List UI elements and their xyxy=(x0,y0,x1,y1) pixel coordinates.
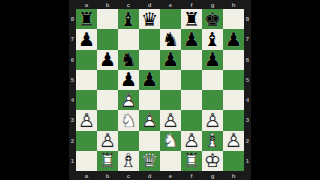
piece-white-pawn[interactable]: ♟♙ xyxy=(202,110,223,130)
piece-black-rook[interactable]: ♜ xyxy=(76,9,97,29)
piece-white-knight[interactable]: ♞♘ xyxy=(160,131,181,151)
rank-label: 5 xyxy=(69,70,76,90)
rank-label: 8 xyxy=(69,9,76,29)
rank-label: 3 xyxy=(69,110,76,130)
piece-black-king[interactable]: ♚ xyxy=(202,9,223,29)
square-e5[interactable] xyxy=(160,70,181,90)
square-d1[interactable]: ♛♕ xyxy=(139,151,160,171)
piece-black-pawn[interactable]: ♟ xyxy=(223,29,244,49)
piece-black-knight[interactable]: ♞ xyxy=(160,29,181,49)
square-b3[interactable] xyxy=(97,110,118,130)
square-b7[interactable] xyxy=(97,29,118,49)
piece-white-bishop[interactable]: ♝♗ xyxy=(118,151,139,171)
square-f6[interactable] xyxy=(181,50,202,70)
piece-black-pawn[interactable]: ♟ xyxy=(76,29,97,49)
piece-black-pawn[interactable]: ♟ xyxy=(118,70,139,90)
square-d2[interactable] xyxy=(139,131,160,151)
piece-glyph-fill: ♟ xyxy=(97,50,118,70)
piece-glyph-outline: ♙ xyxy=(202,110,223,130)
square-e7[interactable]: ♞ xyxy=(160,29,181,49)
square-a8[interactable]: ♜ xyxy=(76,9,97,29)
rank-label: 2 xyxy=(69,131,76,151)
piece-glyph-fill: ♟ xyxy=(202,50,223,70)
square-f4[interactable] xyxy=(181,90,202,110)
piece-glyph-fill: ♞ xyxy=(118,50,139,70)
square-e1[interactable] xyxy=(160,151,181,171)
letterbox-stage: abcdefgh abcdefgh 87654321 87654321 ♜♝♛♜… xyxy=(0,0,320,180)
square-a3[interactable]: ♟♙ xyxy=(76,110,97,130)
square-g7[interactable]: ♝ xyxy=(202,29,223,49)
piece-glyph-fill: ♚ xyxy=(202,9,223,29)
square-d4[interactable] xyxy=(139,90,160,110)
square-a6[interactable] xyxy=(76,50,97,70)
square-b5[interactable] xyxy=(97,70,118,90)
piece-white-rook[interactable]: ♜♖ xyxy=(181,151,202,171)
rank-label: 7 xyxy=(69,29,76,49)
square-b2[interactable]: ♟♙ xyxy=(97,131,118,151)
piece-white-pawn[interactable]: ♟♙ xyxy=(97,131,118,151)
square-h1[interactable] xyxy=(223,151,244,171)
piece-white-pawn[interactable]: ♟♙ xyxy=(118,90,139,110)
rank-label: 4 xyxy=(244,90,251,110)
file-label: h xyxy=(223,171,244,180)
square-a7[interactable]: ♟ xyxy=(76,29,97,49)
square-f5[interactable] xyxy=(181,70,202,90)
piece-glyph-fill: ♟ xyxy=(118,70,139,90)
piece-white-knight[interactable]: ♞♘ xyxy=(118,110,139,130)
piece-white-queen[interactable]: ♛♕ xyxy=(139,151,160,171)
square-a2[interactable] xyxy=(76,131,97,151)
square-d6[interactable] xyxy=(139,50,160,70)
square-h6[interactable] xyxy=(223,50,244,70)
square-e6[interactable]: ♟ xyxy=(160,50,181,70)
square-e3[interactable]: ♟♙ xyxy=(160,110,181,130)
rank-labels-right: 87654321 xyxy=(244,9,251,171)
file-label: g xyxy=(202,171,223,180)
file-label: a xyxy=(76,171,97,180)
piece-white-pawn[interactable]: ♟♙ xyxy=(139,110,160,130)
rank-label: 5 xyxy=(244,70,251,90)
piece-white-pawn[interactable]: ♟♙ xyxy=(223,131,244,151)
piece-glyph-outline: ♙ xyxy=(76,110,97,130)
square-g1[interactable]: ♚♔ xyxy=(202,151,223,171)
square-b8[interactable] xyxy=(97,9,118,29)
piece-glyph-outline: ♙ xyxy=(160,110,181,130)
rank-label: 6 xyxy=(244,50,251,70)
piece-black-rook[interactable]: ♜ xyxy=(181,9,202,29)
piece-glyph-outline: ♕ xyxy=(139,151,160,171)
piece-glyph-outline: ♗ xyxy=(118,151,139,171)
piece-white-rook[interactable]: ♜♖ xyxy=(97,151,118,171)
piece-white-king[interactable]: ♚♔ xyxy=(202,151,223,171)
piece-glyph-fill: ♟ xyxy=(181,29,202,49)
piece-white-pawn[interactable]: ♟♙ xyxy=(76,110,97,130)
file-label: h xyxy=(223,0,244,9)
square-c5[interactable]: ♟ xyxy=(118,70,139,90)
piece-glyph-outline: ♔ xyxy=(202,151,223,171)
square-g5[interactable] xyxy=(202,70,223,90)
square-f8[interactable]: ♜ xyxy=(181,9,202,29)
square-g3[interactable]: ♟♙ xyxy=(202,110,223,130)
piece-black-pawn[interactable]: ♟ xyxy=(202,50,223,70)
file-label: f xyxy=(181,171,202,180)
chess-board-frame: abcdefgh abcdefgh 87654321 87654321 ♜♝♛♜… xyxy=(69,0,251,180)
square-h3[interactable] xyxy=(223,110,244,130)
square-c7[interactable] xyxy=(118,29,139,49)
chess-board[interactable]: ♜♝♛♜♚♟♞♟♝♟♟♞♟♟♟♟♟♙♟♙♞♘♟♙♟♙♟♙♟♙♞♘♟♙♝♗♟♙♜♖… xyxy=(76,9,244,171)
piece-white-bishop[interactable]: ♝♗ xyxy=(202,131,223,151)
square-f3[interactable] xyxy=(181,110,202,130)
square-b4[interactable] xyxy=(97,90,118,110)
piece-glyph-fill: ♜ xyxy=(76,9,97,29)
rank-label: 3 xyxy=(244,110,251,130)
piece-glyph-fill: ♜ xyxy=(181,9,202,29)
rank-label: 6 xyxy=(69,50,76,70)
piece-glyph-outline: ♘ xyxy=(118,110,139,130)
piece-glyph-outline: ♙ xyxy=(97,131,118,151)
rank-label: 1 xyxy=(69,151,76,171)
square-g8[interactable]: ♚ xyxy=(202,9,223,29)
square-h5[interactable] xyxy=(223,70,244,90)
file-label: d xyxy=(139,171,160,180)
piece-glyph-fill: ♟ xyxy=(223,29,244,49)
rank-label: 8 xyxy=(244,9,251,29)
square-a4[interactable] xyxy=(76,90,97,110)
piece-black-queen[interactable]: ♛ xyxy=(139,9,160,29)
piece-glyph-outline: ♖ xyxy=(181,151,202,171)
piece-glyph-outline: ♙ xyxy=(181,131,202,151)
piece-glyph-outline: ♙ xyxy=(139,110,160,130)
rank-label: 2 xyxy=(244,131,251,151)
piece-glyph-fill: ♞ xyxy=(160,29,181,49)
square-b1[interactable]: ♜♖ xyxy=(97,151,118,171)
file-label: c xyxy=(118,171,139,180)
square-d5[interactable]: ♟ xyxy=(139,70,160,90)
piece-white-pawn[interactable]: ♟♙ xyxy=(160,110,181,130)
rank-label: 4 xyxy=(69,90,76,110)
square-c4[interactable]: ♟♙ xyxy=(118,90,139,110)
piece-black-pawn[interactable]: ♟ xyxy=(139,70,160,90)
rank-label: 7 xyxy=(244,29,251,49)
piece-black-bishop[interactable]: ♝ xyxy=(118,9,139,29)
piece-glyph-fill: ♟ xyxy=(139,70,160,90)
piece-glyph-outline: ♘ xyxy=(160,131,181,151)
piece-glyph-fill: ♟ xyxy=(76,29,97,49)
piece-glyph-fill: ♟ xyxy=(160,50,181,70)
square-h8[interactable] xyxy=(223,9,244,29)
rank-labels-left: 87654321 xyxy=(69,9,76,171)
square-c8[interactable]: ♝ xyxy=(118,9,139,29)
piece-black-pawn[interactable]: ♟ xyxy=(181,29,202,49)
square-a5[interactable] xyxy=(76,70,97,90)
piece-glyph-outline: ♙ xyxy=(223,131,244,151)
square-c1[interactable]: ♝♗ xyxy=(118,151,139,171)
square-g2[interactable]: ♝♗ xyxy=(202,131,223,151)
square-a1[interactable] xyxy=(76,151,97,171)
square-h7[interactable]: ♟ xyxy=(223,29,244,49)
piece-glyph-outline: ♖ xyxy=(97,151,118,171)
square-c3[interactable]: ♞♘ xyxy=(118,110,139,130)
piece-white-pawn[interactable]: ♟♙ xyxy=(181,131,202,151)
piece-black-knight[interactable]: ♞ xyxy=(118,50,139,70)
square-g6[interactable]: ♟ xyxy=(202,50,223,70)
file-label: b xyxy=(97,0,118,9)
square-d7[interactable] xyxy=(139,29,160,49)
square-b6[interactable]: ♟ xyxy=(97,50,118,70)
square-e8[interactable] xyxy=(160,9,181,29)
rank-label: 1 xyxy=(244,151,251,171)
square-e4[interactable] xyxy=(160,90,181,110)
file-label: e xyxy=(160,0,181,9)
file-label: b xyxy=(97,171,118,180)
piece-black-pawn[interactable]: ♟ xyxy=(160,50,181,70)
piece-glyph-fill: ♛ xyxy=(139,9,160,29)
square-f7[interactable]: ♟ xyxy=(181,29,202,49)
square-e2[interactable]: ♞♘ xyxy=(160,131,181,151)
piece-glyph-outline: ♙ xyxy=(118,90,139,110)
piece-black-pawn[interactable]: ♟ xyxy=(97,50,118,70)
piece-glyph-fill: ♝ xyxy=(118,9,139,29)
square-c6[interactable]: ♞ xyxy=(118,50,139,70)
square-d3[interactable]: ♟♙ xyxy=(139,110,160,130)
square-f1[interactable]: ♜♖ xyxy=(181,151,202,171)
piece-black-bishop[interactable]: ♝ xyxy=(202,29,223,49)
square-h4[interactable] xyxy=(223,90,244,110)
square-d8[interactable]: ♛ xyxy=(139,9,160,29)
piece-glyph-outline: ♗ xyxy=(202,131,223,151)
square-c2[interactable] xyxy=(118,131,139,151)
piece-glyph-fill: ♝ xyxy=(202,29,223,49)
square-g4[interactable] xyxy=(202,90,223,110)
square-h2[interactable]: ♟♙ xyxy=(223,131,244,151)
file-labels-bottom: abcdefgh xyxy=(76,171,244,180)
square-f2[interactable]: ♟♙ xyxy=(181,131,202,151)
file-label: e xyxy=(160,171,181,180)
